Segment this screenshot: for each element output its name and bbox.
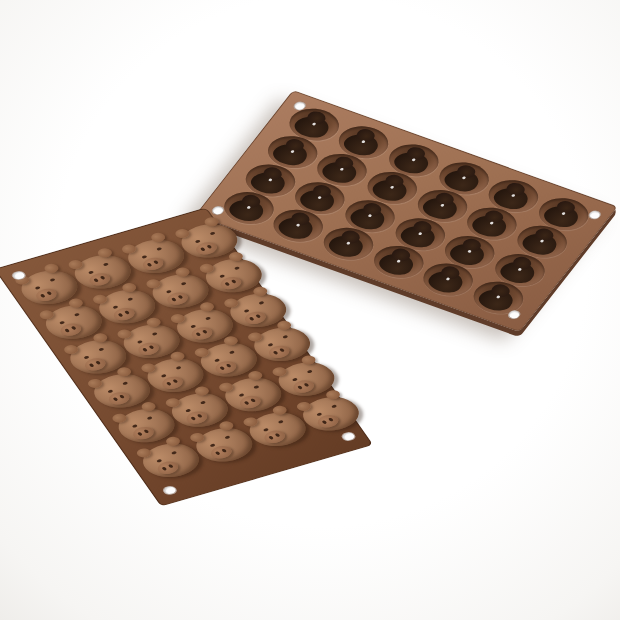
- pig-nostril-right: [250, 398, 256, 402]
- pig-nostril-right: [328, 417, 334, 421]
- pig-nostril-right: [124, 310, 130, 314]
- pig-nostril-left: [224, 282, 230, 286]
- photo-background: [0, 0, 620, 620]
- pig-nostril-right: [148, 345, 154, 349]
- pig-nostril-right: [303, 383, 309, 387]
- corner-hole: [161, 484, 179, 496]
- pig-nostril-right: [168, 464, 174, 468]
- pig-nostril-right: [100, 276, 106, 280]
- pig-nostril-left: [268, 435, 274, 439]
- pig-nostril-left: [137, 432, 143, 436]
- pig-nostril-left: [244, 401, 250, 405]
- pig-nostril-left: [113, 397, 119, 401]
- pig-nostril-right: [172, 379, 178, 383]
- pig-nostril-right: [153, 260, 159, 264]
- pig-nostril-right: [46, 291, 52, 295]
- pig-nostril-right: [274, 433, 280, 437]
- pig-nostril-right: [177, 295, 183, 299]
- pig-nostril-left: [93, 278, 99, 282]
- pig-nostril-left: [219, 366, 225, 370]
- pig-nostril-right: [143, 429, 149, 433]
- pig-nostril-left: [147, 263, 153, 267]
- pig-nostril-left: [88, 363, 94, 367]
- pig-nostril-right: [206, 245, 212, 249]
- pig-nostril-left: [195, 332, 201, 336]
- pig-nostril-right: [279, 348, 285, 352]
- pig-nostril-right: [119, 395, 125, 399]
- pig-nostril-left: [248, 316, 254, 320]
- pig-nostril-left: [273, 351, 279, 355]
- pig-nostril-right: [202, 329, 208, 333]
- pig-nostril-right: [255, 314, 261, 318]
- pig-nostril-left: [64, 328, 70, 332]
- pig-nostril-right: [231, 279, 237, 283]
- pig-nostril-left: [166, 382, 172, 386]
- pig-nostril-right: [221, 448, 227, 452]
- pig-nostril-left: [200, 247, 206, 251]
- pig-nostril-left: [161, 466, 167, 470]
- pig-nostril-left: [142, 347, 148, 351]
- pig-nostril-left: [190, 416, 196, 420]
- pig-nostril-right: [226, 364, 232, 368]
- pig-nostril-right: [71, 326, 77, 330]
- corner-hole: [339, 431, 357, 443]
- pig-nostril-left: [321, 420, 327, 424]
- pig-nostril-left: [171, 297, 177, 301]
- pig-nostril-left: [118, 313, 124, 317]
- pig-nostril-left: [214, 451, 220, 455]
- pig-nostril-right: [95, 360, 101, 364]
- pig-nostril-left: [297, 385, 303, 389]
- pig-bump-grid: [10, 221, 349, 484]
- pig-nostril-right: [197, 414, 203, 418]
- pig-nostril-left: [40, 294, 46, 298]
